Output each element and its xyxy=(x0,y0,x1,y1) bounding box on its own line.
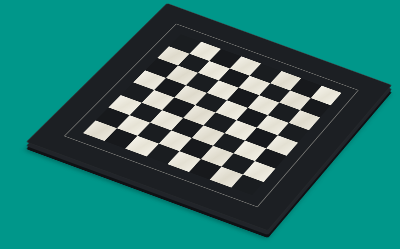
chess-board xyxy=(26,3,392,231)
product-photo-background xyxy=(0,0,400,249)
playing-field xyxy=(83,34,341,195)
